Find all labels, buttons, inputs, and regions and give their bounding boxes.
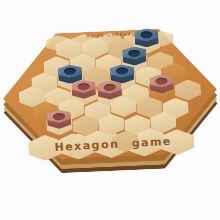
pink-peg[interactable]	[97, 80, 122, 101]
pink-peg[interactable]	[149, 74, 174, 95]
hexagon-game-board: Hexagon game Hexagon game	[0, 26, 219, 161]
pink-peg[interactable]	[71, 79, 96, 100]
hex-cell[interactable]	[174, 79, 201, 101]
pink-peg[interactable]	[47, 109, 72, 130]
